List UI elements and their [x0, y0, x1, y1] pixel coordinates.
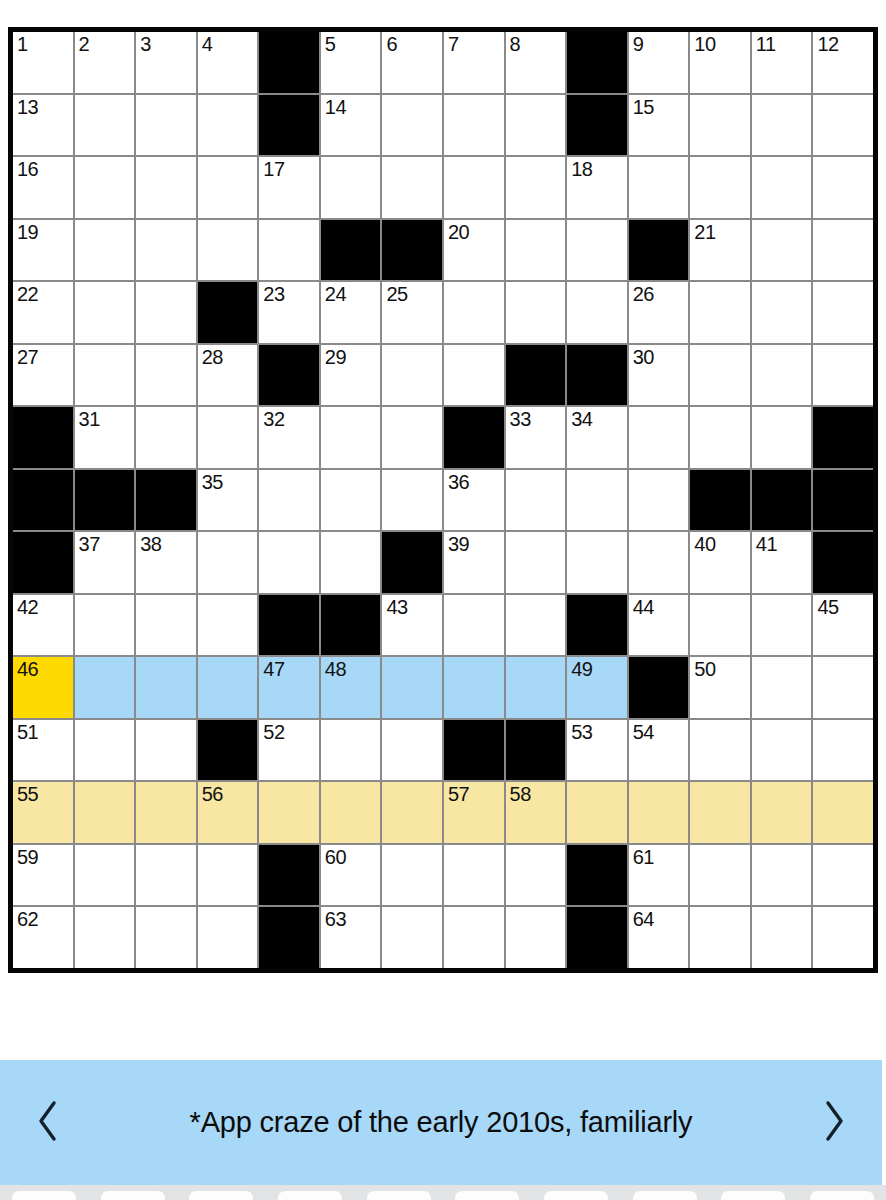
black-cell	[13, 532, 73, 593]
cell-r3c11[interactable]	[629, 157, 689, 218]
cell-r5c1[interactable]: 22	[13, 282, 73, 343]
cell-r10c13[interactable]	[752, 595, 812, 656]
cell-r9c3[interactable]: 38	[136, 532, 196, 593]
cell-r11c9[interactable]	[506, 657, 566, 718]
cell-r10c1[interactable]: 42	[13, 595, 73, 656]
cell-r14c13[interactable]	[752, 845, 812, 906]
cell-r4c1[interactable]: 19	[13, 220, 73, 281]
cell-r1c12[interactable]: 10	[690, 32, 750, 93]
cell-r12c7[interactable]	[382, 720, 442, 781]
cell-r1c13[interactable]: 11	[752, 32, 812, 93]
cell-number: 45	[817, 596, 838, 619]
cell-r9c8[interactable]: 39	[444, 532, 504, 593]
black-cell	[321, 220, 381, 281]
cell-r8c7[interactable]	[382, 470, 442, 531]
cell-r15c9[interactable]	[506, 907, 566, 968]
cell-r7c6[interactable]	[321, 407, 381, 468]
cell-number: 12	[817, 33, 838, 56]
cell-number: 7	[448, 33, 459, 56]
cell-number: 63	[325, 908, 346, 931]
cell-r8c11[interactable]	[629, 470, 689, 531]
cell-number: 47	[263, 658, 284, 681]
keyboard-key[interactable]	[12, 1191, 76, 1200]
cell-number: 58	[510, 783, 531, 806]
cell-r10c9[interactable]	[506, 595, 566, 656]
cell-r12c12[interactable]	[690, 720, 750, 781]
cell-r7c3[interactable]	[136, 407, 196, 468]
cell-r8c4[interactable]: 35	[198, 470, 258, 531]
cell-r6c4[interactable]: 28	[198, 345, 258, 406]
cell-r14c8[interactable]	[444, 845, 504, 906]
cell-r9c9[interactable]	[506, 532, 566, 593]
black-cell	[259, 95, 319, 156]
black-cell	[198, 282, 258, 343]
black-cell	[629, 657, 689, 718]
cell-r3c13[interactable]	[752, 157, 812, 218]
cell-r6c11[interactable]: 30	[629, 345, 689, 406]
cell-r5c5[interactable]: 23	[259, 282, 319, 343]
next-clue-button[interactable]	[818, 1099, 852, 1147]
cell-number: 56	[202, 783, 223, 806]
cell-r6c13[interactable]	[752, 345, 812, 406]
cell-r4c2[interactable]	[75, 220, 135, 281]
black-cell	[506, 720, 566, 781]
cell-number: 64	[633, 908, 654, 931]
cell-r11c8[interactable]	[444, 657, 504, 718]
black-cell	[567, 345, 627, 406]
cell-number: 57	[448, 783, 469, 806]
cell-number: 44	[633, 596, 654, 619]
cell-r1c8[interactable]: 7	[444, 32, 504, 93]
cell-r1c6[interactable]: 5	[321, 32, 381, 93]
cell-r5c10[interactable]	[567, 282, 627, 343]
cell-number: 30	[633, 346, 654, 369]
black-cell	[444, 720, 504, 781]
cell-r2c9[interactable]	[506, 95, 566, 156]
keyboard-key[interactable]	[810, 1191, 874, 1200]
cell-r7c2[interactable]: 31	[75, 407, 135, 468]
cell-r1c4[interactable]: 4	[198, 32, 258, 93]
crossword-app-screen: 1234567891011121314151617181920212223242…	[0, 0, 886, 1200]
black-cell	[259, 845, 319, 906]
crossword-grid: 1234567891011121314151617181920212223242…	[8, 27, 878, 973]
black-cell	[136, 470, 196, 531]
cell-r3c7[interactable]	[382, 157, 442, 218]
cell-r14c7[interactable]	[382, 845, 442, 906]
cell-r11c13[interactable]	[752, 657, 812, 718]
keyboard-key[interactable]	[367, 1191, 431, 1200]
cell-number: 15	[633, 96, 654, 119]
cell-number: 41	[756, 533, 777, 556]
cell-r3c8[interactable]	[444, 157, 504, 218]
cell-number: 27	[17, 346, 38, 369]
cell-r3c12[interactable]	[690, 157, 750, 218]
cell-r3c1[interactable]: 16	[13, 157, 73, 218]
cell-r9c12[interactable]: 40	[690, 532, 750, 593]
cell-r2c1[interactable]: 13	[13, 95, 73, 156]
cell-number: 19	[17, 221, 38, 244]
black-cell	[259, 32, 319, 93]
keyboard-key[interactable]	[721, 1191, 785, 1200]
black-cell	[321, 595, 381, 656]
cell-r15c6[interactable]: 63	[321, 907, 381, 968]
cell-r13c9[interactable]: 58	[506, 782, 566, 843]
black-cell	[198, 720, 258, 781]
cell-r13c4[interactable]: 56	[198, 782, 258, 843]
cell-r6c12[interactable]	[690, 345, 750, 406]
cell-r9c10[interactable]	[567, 532, 627, 593]
cell-number: 17	[263, 158, 284, 181]
cell-r13c5[interactable]	[259, 782, 319, 843]
cell-r14c6[interactable]: 60	[321, 845, 381, 906]
cell-r14c12[interactable]	[690, 845, 750, 906]
cell-r6c8[interactable]	[444, 345, 504, 406]
cell-r3c14[interactable]	[813, 157, 873, 218]
cell-number: 42	[17, 596, 38, 619]
cell-r11c1[interactable]: 46	[13, 657, 73, 718]
cell-r4c3[interactable]	[136, 220, 196, 281]
cell-r13c12[interactable]	[690, 782, 750, 843]
cell-r11c6[interactable]: 48	[321, 657, 381, 718]
keyboard-key[interactable]	[101, 1191, 165, 1200]
cell-r14c4[interactable]	[198, 845, 258, 906]
cell-r7c7[interactable]	[382, 407, 442, 468]
cell-number: 59	[17, 846, 38, 869]
black-cell	[567, 595, 627, 656]
cell-number: 40	[694, 533, 715, 556]
cell-r14c3[interactable]	[136, 845, 196, 906]
cell-r1c11[interactable]: 9	[629, 32, 689, 93]
cell-r7c5[interactable]: 32	[259, 407, 319, 468]
cell-r5c9[interactable]	[506, 282, 566, 343]
cell-r15c8[interactable]	[444, 907, 504, 968]
cell-r5c6[interactable]: 24	[321, 282, 381, 343]
cell-number: 11	[756, 33, 776, 56]
cell-number: 31	[79, 408, 100, 431]
cell-r9c4[interactable]	[198, 532, 258, 593]
cell-r5c8[interactable]	[444, 282, 504, 343]
cell-number: 32	[263, 408, 284, 431]
cell-r15c12[interactable]	[690, 907, 750, 968]
cell-r5c2[interactable]	[75, 282, 135, 343]
cell-number: 23	[263, 283, 284, 306]
cell-r10c3[interactable]	[136, 595, 196, 656]
cell-r11c10[interactable]: 49	[567, 657, 627, 718]
cell-r12c11[interactable]: 54	[629, 720, 689, 781]
cell-r3c9[interactable]	[506, 157, 566, 218]
black-cell	[13, 470, 73, 531]
cell-number: 8	[510, 33, 521, 56]
cell-r3c3[interactable]	[136, 157, 196, 218]
black-cell	[259, 345, 319, 406]
black-cell	[567, 32, 627, 93]
cell-r13c3[interactable]	[136, 782, 196, 843]
cell-r13c13[interactable]	[752, 782, 812, 843]
cell-r10c7[interactable]: 43	[382, 595, 442, 656]
cell-number: 9	[633, 33, 644, 56]
cell-r9c11[interactable]	[629, 532, 689, 593]
cell-r14c1[interactable]: 59	[13, 845, 73, 906]
cell-r4c8[interactable]: 20	[444, 220, 504, 281]
cell-number: 53	[571, 721, 592, 744]
cell-r2c11[interactable]: 15	[629, 95, 689, 156]
black-cell	[444, 407, 504, 468]
cell-r13c7[interactable]	[382, 782, 442, 843]
cell-number: 39	[448, 533, 469, 556]
cell-number: 54	[633, 721, 654, 744]
cell-r13c14[interactable]	[813, 782, 873, 843]
cell-number: 5	[325, 33, 336, 56]
cell-r4c13[interactable]	[752, 220, 812, 281]
cell-r2c6[interactable]: 14	[321, 95, 381, 156]
cell-number: 2	[79, 33, 90, 56]
cell-r8c5[interactable]	[259, 470, 319, 531]
cell-number: 37	[79, 533, 100, 556]
cell-r10c14[interactable]: 45	[813, 595, 873, 656]
cell-number: 50	[694, 658, 715, 681]
cell-r3c4[interactable]	[198, 157, 258, 218]
black-cell	[567, 907, 627, 968]
black-cell	[690, 470, 750, 531]
cell-r8c6[interactable]	[321, 470, 381, 531]
cell-r5c14[interactable]	[813, 282, 873, 343]
cell-r10c8[interactable]	[444, 595, 504, 656]
cell-number: 33	[510, 408, 531, 431]
cell-number: 36	[448, 471, 469, 494]
cell-r13c2[interactable]	[75, 782, 135, 843]
cell-number: 51	[17, 721, 38, 744]
cell-number: 3	[140, 33, 151, 56]
cell-number: 21	[694, 221, 715, 244]
cell-r14c14[interactable]	[813, 845, 873, 906]
cell-r4c10[interactable]	[567, 220, 627, 281]
cell-r3c5[interactable]: 17	[259, 157, 319, 218]
cell-r12c13[interactable]	[752, 720, 812, 781]
black-cell	[382, 220, 442, 281]
cell-r11c3[interactable]	[136, 657, 196, 718]
cell-r2c2[interactable]	[75, 95, 135, 156]
cell-number: 26	[633, 283, 654, 306]
cell-r11c12[interactable]: 50	[690, 657, 750, 718]
black-cell	[813, 532, 873, 593]
cell-r15c2[interactable]	[75, 907, 135, 968]
cell-r6c14[interactable]	[813, 345, 873, 406]
cell-r1c9[interactable]: 8	[506, 32, 566, 93]
cell-number: 18	[571, 158, 592, 181]
cell-r11c14[interactable]	[813, 657, 873, 718]
cell-number: 14	[325, 96, 346, 119]
cell-r13c1[interactable]: 55	[13, 782, 73, 843]
cell-r9c6[interactable]	[321, 532, 381, 593]
current-clue-text: *App craze of the early 2010s, familiarl…	[64, 1106, 818, 1139]
keyboard-key[interactable]	[189, 1191, 253, 1200]
cell-r5c7[interactable]: 25	[382, 282, 442, 343]
cell-number: 6	[386, 33, 397, 56]
cell-number: 38	[140, 533, 161, 556]
cell-r15c1[interactable]: 62	[13, 907, 73, 968]
cell-number: 13	[17, 96, 38, 119]
cell-number: 16	[17, 158, 38, 181]
cell-r1c2[interactable]: 2	[75, 32, 135, 93]
cell-r2c14[interactable]	[813, 95, 873, 156]
cell-r8c9[interactable]	[506, 470, 566, 531]
black-cell	[259, 595, 319, 656]
black-cell	[13, 407, 73, 468]
cell-r10c12[interactable]	[690, 595, 750, 656]
cell-r4c4[interactable]	[198, 220, 258, 281]
cell-r3c10[interactable]: 18	[567, 157, 627, 218]
black-cell	[259, 907, 319, 968]
cell-r6c2[interactable]	[75, 345, 135, 406]
cell-r12c3[interactable]	[136, 720, 196, 781]
cell-r15c11[interactable]: 64	[629, 907, 689, 968]
cell-r2c8[interactable]	[444, 95, 504, 156]
cell-number: 35	[202, 471, 223, 494]
cell-r6c6[interactable]: 29	[321, 345, 381, 406]
cell-number: 48	[325, 658, 346, 681]
cell-r9c2[interactable]: 37	[75, 532, 135, 593]
keyboard-key[interactable]	[455, 1191, 519, 1200]
cell-r4c14[interactable]	[813, 220, 873, 281]
cell-r12c5[interactable]: 52	[259, 720, 319, 781]
cell-r6c1[interactable]: 27	[13, 345, 73, 406]
cell-r1c3[interactable]: 3	[136, 32, 196, 93]
black-cell	[629, 220, 689, 281]
cell-r10c2[interactable]	[75, 595, 135, 656]
cell-r5c13[interactable]	[752, 282, 812, 343]
cell-r6c7[interactable]	[382, 345, 442, 406]
cell-r14c11[interactable]: 61	[629, 845, 689, 906]
cell-number: 55	[17, 783, 38, 806]
keyboard-key[interactable]	[633, 1191, 697, 1200]
cell-r10c4[interactable]	[198, 595, 258, 656]
cell-number: 49	[571, 658, 592, 681]
black-cell	[382, 532, 442, 593]
cell-r4c12[interactable]: 21	[690, 220, 750, 281]
cell-r1c7[interactable]: 6	[382, 32, 442, 93]
cell-r5c3[interactable]	[136, 282, 196, 343]
cell-r12c1[interactable]: 51	[13, 720, 73, 781]
cell-r12c14[interactable]	[813, 720, 873, 781]
cell-r15c7[interactable]	[382, 907, 442, 968]
cell-r13c6[interactable]	[321, 782, 381, 843]
cell-r10c11[interactable]: 44	[629, 595, 689, 656]
cell-r7c12[interactable]	[690, 407, 750, 468]
cell-r7c13[interactable]	[752, 407, 812, 468]
cell-r2c12[interactable]	[690, 95, 750, 156]
cell-number: 28	[202, 346, 223, 369]
cell-r7c4[interactable]	[198, 407, 258, 468]
black-cell	[813, 407, 873, 468]
cell-number: 1	[17, 33, 28, 56]
cell-r7c10[interactable]: 34	[567, 407, 627, 468]
black-cell	[813, 470, 873, 531]
cell-r9c5[interactable]	[259, 532, 319, 593]
cell-number: 29	[325, 346, 346, 369]
cell-r5c11[interactable]: 26	[629, 282, 689, 343]
black-cell	[567, 95, 627, 156]
cell-number: 43	[386, 596, 407, 619]
cell-r2c13[interactable]	[752, 95, 812, 156]
black-cell	[75, 470, 135, 531]
previous-clue-button[interactable]	[30, 1099, 64, 1147]
cell-r15c4[interactable]	[198, 907, 258, 968]
keyboard-strip[interactable]	[0, 1185, 886, 1200]
cell-r13c11[interactable]	[629, 782, 689, 843]
cell-r11c4[interactable]	[198, 657, 258, 718]
cell-r11c7[interactable]	[382, 657, 442, 718]
cell-r15c3[interactable]	[136, 907, 196, 968]
cell-number: 60	[325, 846, 346, 869]
cell-r2c3[interactable]	[136, 95, 196, 156]
chevron-left-icon	[35, 1098, 59, 1147]
cell-number: 20	[448, 221, 469, 244]
cell-r4c5[interactable]	[259, 220, 319, 281]
cell-r12c10[interactable]: 53	[567, 720, 627, 781]
cell-r13c8[interactable]: 57	[444, 782, 504, 843]
cell-number: 62	[17, 908, 38, 931]
cell-r13c10[interactable]	[567, 782, 627, 843]
cell-r7c9[interactable]: 33	[506, 407, 566, 468]
cell-r9c13[interactable]: 41	[752, 532, 812, 593]
keyboard-key[interactable]	[278, 1191, 342, 1200]
cell-number: 10	[694, 33, 715, 56]
cell-r5c12[interactable]	[690, 282, 750, 343]
cell-number: 4	[202, 33, 213, 56]
cell-number: 34	[571, 408, 592, 431]
cell-r11c5[interactable]: 47	[259, 657, 319, 718]
clue-bar: *App craze of the early 2010s, familiarl…	[0, 1060, 882, 1185]
cell-r14c9[interactable]	[506, 845, 566, 906]
cell-number: 52	[263, 721, 284, 744]
chevron-right-icon	[823, 1098, 847, 1147]
cell-r15c14[interactable]	[813, 907, 873, 968]
black-cell	[752, 470, 812, 531]
cell-r2c7[interactable]	[382, 95, 442, 156]
cell-r12c6[interactable]	[321, 720, 381, 781]
cell-r6c3[interactable]	[136, 345, 196, 406]
cell-r15c13[interactable]	[752, 907, 812, 968]
black-cell	[506, 345, 566, 406]
cell-r14c2[interactable]	[75, 845, 135, 906]
cell-r4c9[interactable]	[506, 220, 566, 281]
black-cell	[567, 845, 627, 906]
cell-r3c6[interactable]	[321, 157, 381, 218]
cell-r2c4[interactable]	[198, 95, 258, 156]
cell-r7c11[interactable]	[629, 407, 689, 468]
cell-r3c2[interactable]	[75, 157, 135, 218]
cell-r8c8[interactable]: 36	[444, 470, 504, 531]
cell-number: 22	[17, 283, 38, 306]
cell-r11c2[interactable]	[75, 657, 135, 718]
cell-number: 25	[386, 283, 407, 306]
cell-number: 46	[17, 658, 38, 681]
cell-r8c10[interactable]	[567, 470, 627, 531]
cell-number: 24	[325, 283, 346, 306]
keyboard-key[interactable]	[544, 1191, 608, 1200]
cell-r1c14[interactable]: 12	[813, 32, 873, 93]
cell-r12c2[interactable]	[75, 720, 135, 781]
cell-number: 61	[633, 846, 654, 869]
cell-r1c1[interactable]: 1	[13, 32, 73, 93]
